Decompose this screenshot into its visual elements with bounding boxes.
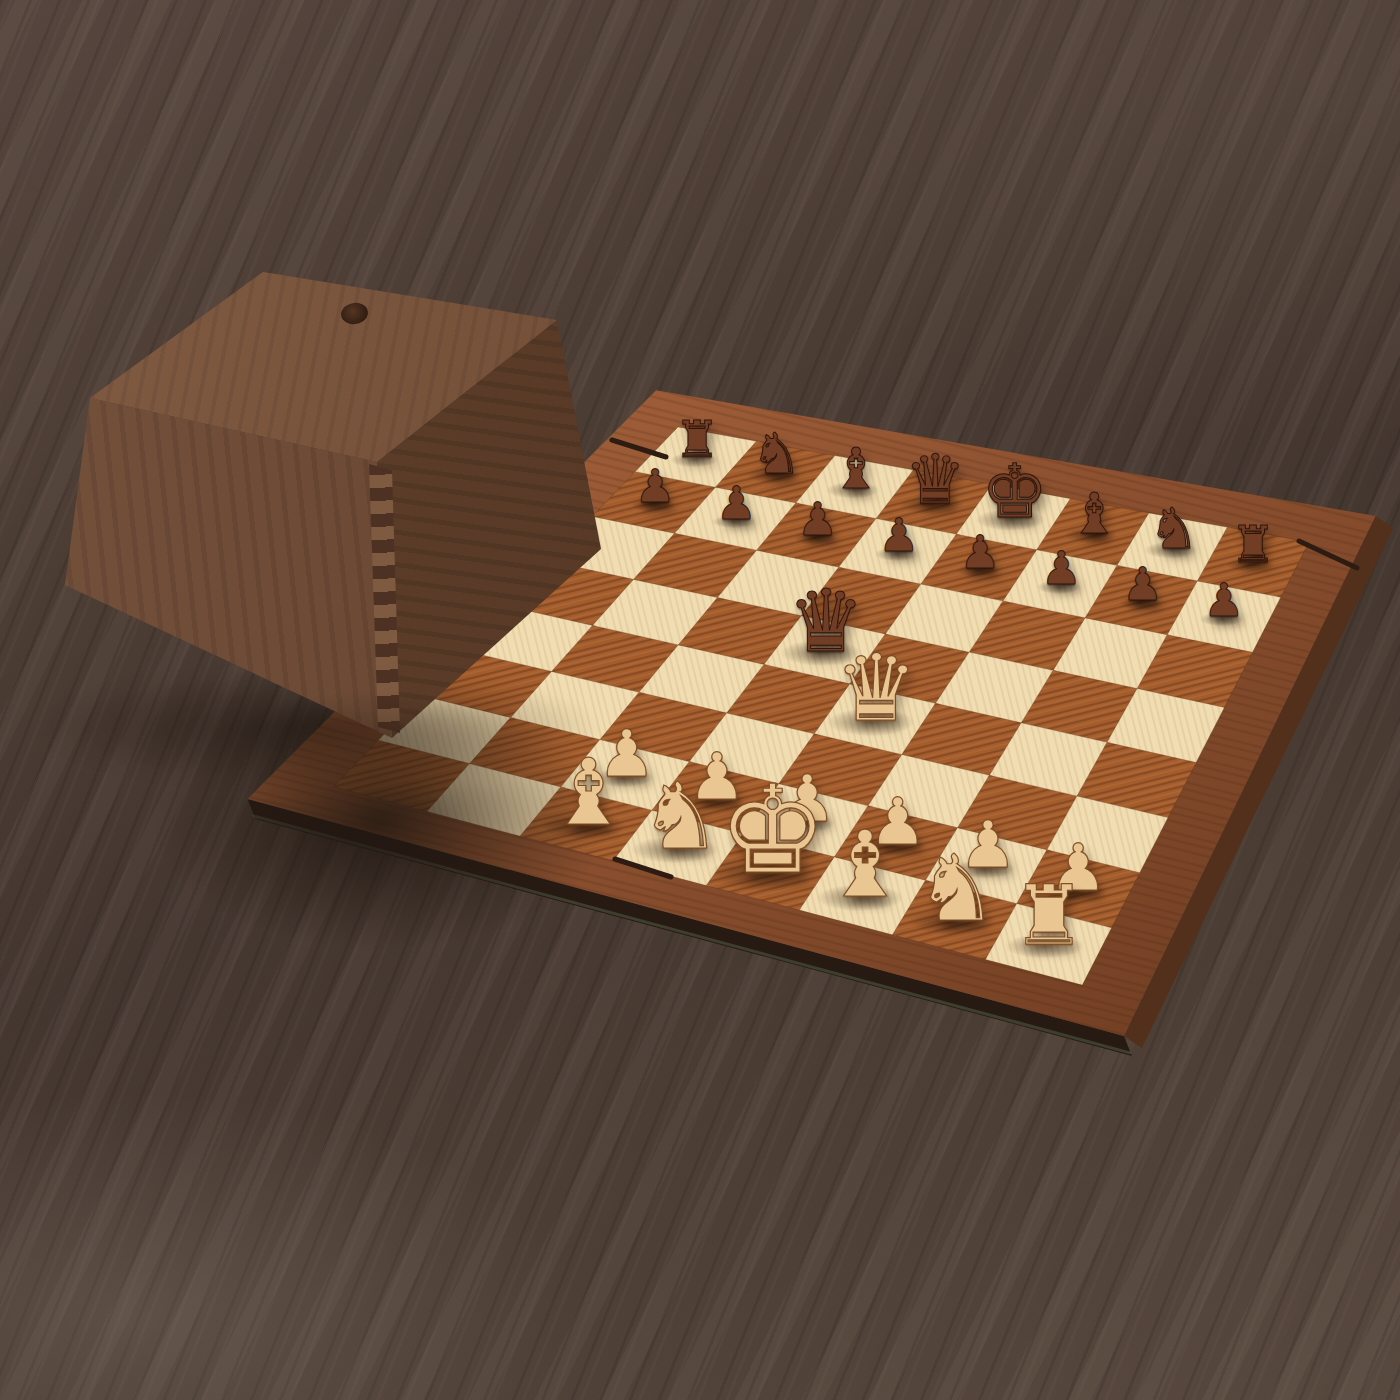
piece-white-bishop-f1[interactable]: ♝ bbox=[824, 819, 906, 911]
piece-black-rook-h8[interactable]: ♜ bbox=[1230, 520, 1276, 571]
piece-black-pawn-b7[interactable]: ♟ bbox=[716, 481, 757, 527]
chess-set-photo: Overhead-angle photo of a wooden chess s… bbox=[0, 0, 1400, 1400]
piece-black-pawn-f7[interactable]: ♟ bbox=[1041, 546, 1082, 592]
piece-black-pawn-h7[interactable]: ♟ bbox=[1203, 579, 1244, 625]
piece-black-queen-d8[interactable]: ♛ bbox=[905, 446, 966, 514]
piece-white-queen-e4[interactable]: ♛ bbox=[835, 643, 918, 736]
piece-white-knight-d1[interactable]: ♞ bbox=[639, 771, 721, 863]
piece-black-bishop-c8[interactable]: ♝ bbox=[831, 441, 881, 497]
piece-white-bishop-c1[interactable]: ♝ bbox=[547, 747, 629, 839]
piece-black-rook-a8[interactable]: ♜ bbox=[674, 415, 720, 466]
piece-white-knight-g1[interactable]: ♞ bbox=[916, 843, 998, 935]
piece-white-rook-h1[interactable]: ♜ bbox=[1012, 875, 1086, 958]
piece-black-pawn-a7[interactable]: ♟ bbox=[635, 465, 676, 511]
piece-black-knight-g8[interactable]: ♞ bbox=[1148, 501, 1198, 557]
piece-black-bishop-f8[interactable]: ♝ bbox=[1069, 486, 1119, 542]
piece-white-king-e1[interactable]: ♚ bbox=[718, 770, 827, 891]
piece-black-pawn-g7[interactable]: ♟ bbox=[1122, 563, 1163, 609]
piece-black-knight-b8[interactable]: ♞ bbox=[751, 426, 801, 482]
piece-black-pawn-c7[interactable]: ♟ bbox=[797, 497, 838, 543]
piece-black-pawn-e7[interactable]: ♟ bbox=[960, 530, 1001, 576]
piece-black-pawn-d7[interactable]: ♟ bbox=[878, 514, 919, 560]
pieces-layer: ♜♞♝♛♟♚♟♝♟♞♟♜♟♟♟♟♛♛♟♟♟♝♟♞♟♚♟♝♞♜ bbox=[0, 0, 1400, 1400]
piece-black-king-e8[interactable]: ♚ bbox=[981, 455, 1048, 530]
